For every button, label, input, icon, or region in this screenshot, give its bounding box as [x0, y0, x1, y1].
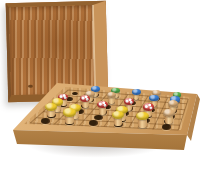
hole-r5c5[interactable] — [162, 124, 171, 130]
scene — [0, 0, 200, 170]
peg-cap-red — [97, 101, 108, 108]
peg-cap-yellow — [63, 108, 76, 116]
peg-yellow-r5c1[interactable] — [63, 108, 76, 124]
peg-cap-red — [143, 103, 154, 110]
peg-cap-yellow — [45, 103, 57, 111]
peg-cap-natural — [107, 92, 117, 98]
lid-rim-highlight — [92, 5, 96, 93]
peg-yellow-r5c4[interactable] — [136, 112, 149, 128]
peg-cap-yellow — [112, 111, 125, 119]
peg-cap-yellow — [136, 112, 149, 120]
peg-cap-natural — [168, 100, 178, 107]
hole-r5c0[interactable] — [41, 118, 50, 124]
peg-red-r3c2[interactable] — [97, 101, 108, 115]
peg-cap-blue — [132, 89, 141, 95]
wood-knot — [28, 85, 33, 88]
peg-yellow-r5c3[interactable] — [112, 111, 125, 127]
peg-cap-blue — [149, 95, 159, 101]
peg-natural-r4c5[interactable] — [163, 109, 175, 124]
peg-cap-red — [80, 95, 90, 102]
peg-cap-natural — [163, 109, 175, 117]
peg-yellow-r4c0[interactable] — [45, 103, 57, 118]
peg-red-r2c1[interactable] — [80, 95, 90, 108]
peg-cap-red — [124, 98, 134, 105]
